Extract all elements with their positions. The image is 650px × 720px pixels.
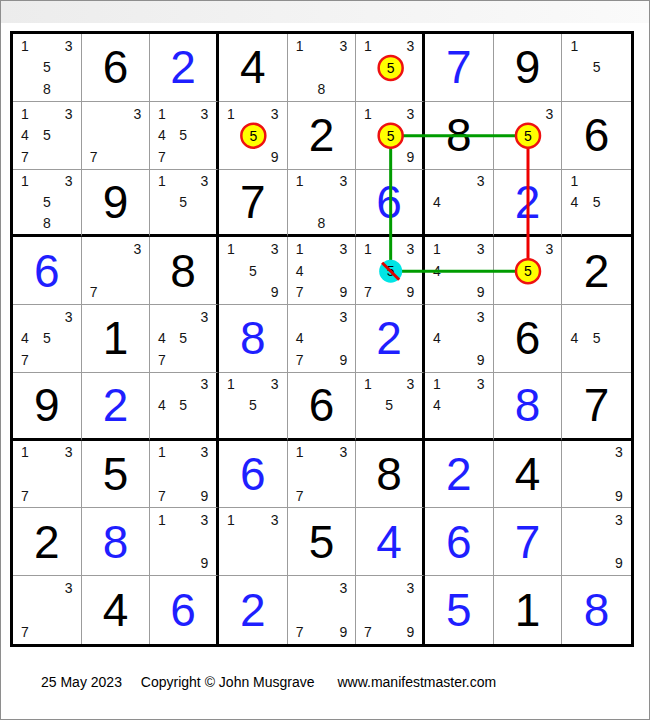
candidate-5[interactable]: 5 [586,191,608,212]
candidate-9[interactable]: 9 [194,553,215,575]
candidate-7[interactable]: 7 [83,146,105,168]
cell-r1c1[interactable]: 1358 [13,34,82,102]
candidate-5[interactable]: 5 [36,124,58,146]
cell-r1c9[interactable]: 15 [562,34,631,102]
candidate-3[interactable]: 3 [264,509,286,531]
candidate-1[interactable]: 1 [357,374,378,395]
cell-value: 4 [356,508,422,575]
candidate-5[interactable]: 5 [517,260,539,282]
cell-r6c7[interactable]: 134 [425,373,494,441]
cell-r5c9[interactable]: 45 [562,305,631,373]
cell-r6c1[interactable]: 9 [13,373,82,441]
candidate-5[interactable]: 5 [173,395,194,416]
cell-value: 4 [82,576,150,644]
cell-value: 2 [425,441,493,508]
candidate-3[interactable]: 3 [400,577,421,599]
candidate-9[interactable]: 9 [400,621,421,643]
candidate-5[interactable]: 5 [379,57,400,79]
candidate-9[interactable]: 9 [264,282,286,304]
cell-r7c7[interactable]: 2 [425,441,494,509]
candidate-7[interactable]: 7 [289,621,311,643]
candidate-5[interactable]: 5 [36,191,58,212]
candidate-7[interactable]: 7 [289,349,311,371]
candidate-4[interactable]: 4 [426,260,448,282]
candidate-4[interactable]: 4 [426,328,448,350]
candidate-3[interactable]: 3 [608,442,630,464]
cell-r6c2[interactable]: 2 [82,373,151,441]
cell-value: 7 [562,373,631,438]
candidate-3[interactable]: 3 [332,306,354,328]
candidate-7[interactable]: 7 [83,282,105,304]
candidate-5[interactable]: 5 [517,124,539,146]
cell-value: 6 [494,305,562,372]
cell-value: 2 [494,170,562,235]
candidate-5[interactable]: 5 [173,191,194,212]
candidate-5[interactable]: 5 [379,124,400,146]
cell-value: 6 [562,102,631,169]
pencil-marks: 45 [563,306,630,371]
pencil-marks: 37 [83,238,149,303]
cell-r5c1[interactable]: 3457 [13,305,82,373]
candidate-8[interactable]: 8 [311,78,333,100]
cell-r9c9[interactable]: 8 [562,576,631,644]
pencil-marks: 137 [289,442,355,507]
candidate-3[interactable]: 3 [126,103,148,125]
cell-r3c2[interactable]: 9 [82,170,151,238]
candidate-5[interactable]: 5 [173,328,194,350]
candidate-9[interactable]: 9 [194,485,215,507]
candidate-7[interactable]: 7 [289,485,311,507]
cell-value: 7 [494,508,562,575]
candidate-1[interactable]: 1 [289,171,311,192]
cell-value: 1 [494,576,562,644]
candidate-3[interactable]: 3 [332,35,354,57]
cell-r8c1[interactable]: 2 [13,508,82,576]
candidate-3[interactable]: 3 [400,238,421,260]
candidate-9[interactable]: 9 [470,282,492,304]
pencil-marks: 37 [83,103,149,168]
cell-value: 6 [150,576,216,644]
cell-r1c3[interactable]: 2 [150,34,219,102]
pencil-marks: 138 [289,171,355,234]
cell-r2c4[interactable]: 1359 [219,102,288,170]
candidate-1[interactable]: 1 [426,374,448,395]
candidate-4[interactable]: 4 [426,191,448,212]
candidate-3[interactable]: 3 [332,171,354,192]
cell-r4c6[interactable]: 13579 [356,237,425,305]
candidate-3[interactable]: 3 [58,35,80,57]
cell-value: 6 [13,237,81,304]
window-titlebar [1,1,649,23]
pencil-marks: 138 [289,35,355,100]
cell-r2c3[interactable]: 13457 [150,102,219,170]
candidate-4[interactable]: 4 [289,328,311,350]
candidate-3[interactable]: 3 [400,103,421,125]
candidate-9[interactable]: 9 [400,146,421,168]
candidate-3[interactable]: 3 [470,171,492,192]
candidate-1[interactable]: 1 [14,35,36,57]
candidate-5[interactable]: 5 [242,124,264,146]
candidate-1[interactable]: 1 [220,238,242,260]
candidate-1[interactable]: 1 [220,103,242,125]
cell-r7c2[interactable]: 5 [82,441,151,509]
candidate-3[interactable]: 3 [58,103,80,125]
candidate-3[interactable]: 3 [58,171,80,192]
cell-r5c3[interactable]: 3457 [150,305,219,373]
date-text: 25 May 2023 [41,674,122,690]
candidate-1[interactable]: 1 [151,509,172,531]
candidate-3[interactable]: 3 [332,238,354,260]
pencil-marks: 345 [151,374,215,437]
cell-r9c7[interactable]: 5 [425,576,494,644]
candidate-3[interactable]: 3 [194,374,215,395]
cell-r8c9[interactable]: 39 [562,508,631,576]
cell-value: 4 [494,441,562,508]
cell-value: 7 [219,170,287,235]
cell-value: 9 [13,373,81,438]
pencil-marks: 137 [14,442,80,507]
candidate-5[interactable]: 5 [36,328,58,350]
candidate-1[interactable]: 1 [357,35,378,57]
candidate-3[interactable]: 3 [194,306,215,328]
candidate-3[interactable]: 3 [608,509,630,531]
pencil-marks: 39 [563,442,630,507]
cell-r4c5[interactable]: 13479 [288,237,357,305]
pencil-marks: 13579 [357,238,421,303]
candidate-7[interactable]: 7 [14,485,36,507]
candidate-7[interactable]: 7 [289,282,311,304]
pencil-marks: 1349 [426,238,492,303]
candidate-1[interactable]: 1 [357,238,378,260]
candidate-1[interactable]: 1 [220,374,242,395]
cell-r1c8[interactable]: 9 [494,34,563,102]
cell-r3c3[interactable]: 135 [150,170,219,238]
cell-r8c3[interactable]: 139 [150,508,219,576]
candidate-9[interactable]: 9 [332,349,354,371]
cell-value: 2 [219,576,287,644]
cell-r3c7[interactable]: 34 [425,170,494,238]
candidate-3[interactable]: 3 [194,509,215,531]
candidate-3[interactable]: 3 [264,238,286,260]
candidate-4[interactable]: 4 [289,260,311,282]
cell-r6c5[interactable]: 6 [288,373,357,441]
copyright-text: Copyright © John Musgrave [141,674,315,690]
candidate-5[interactable]: 5 [586,57,608,79]
cell-r6c4[interactable]: 135 [219,373,288,441]
candidate-1[interactable]: 1 [151,171,172,192]
candidate-8[interactable]: 8 [36,212,58,233]
cell-r6c3[interactable]: 345 [150,373,219,441]
pencil-marks: 15 [563,35,630,100]
candidate-3[interactable]: 3 [470,238,492,260]
candidate-1[interactable]: 1 [289,238,311,260]
cell-r2c9[interactable]: 6 [562,102,631,170]
cell-r8c8[interactable]: 7 [494,508,563,576]
cell-value: 6 [425,508,493,575]
cell-value: 7 [425,34,493,101]
candidate-4[interactable]: 4 [563,328,585,350]
candidate-5[interactable]: 5 [379,260,400,282]
candidate-1[interactable]: 1 [220,509,242,531]
candidate-9[interactable]: 9 [400,282,421,304]
pencil-marks: 34 [426,171,492,234]
cell-value: 5 [82,441,150,508]
cell-r7c3[interactable]: 1379 [150,441,219,509]
cell-r8c6[interactable]: 4 [356,508,425,576]
candidate-4[interactable]: 4 [14,328,36,350]
cell-r1c7[interactable]: 7 [425,34,494,102]
candidate-7[interactable]: 7 [357,282,378,304]
pencil-marks: 35 [495,238,561,303]
cell-r6c8[interactable]: 8 [494,373,563,441]
cell-r9c2[interactable]: 4 [82,576,151,644]
cell-r5c8[interactable]: 6 [494,305,563,373]
cell-r1c5[interactable]: 138 [288,34,357,102]
candidate-3[interactable]: 3 [194,103,215,125]
candidate-3[interactable]: 3 [58,577,80,599]
pencil-marks: 1359 [220,238,286,303]
candidate-4[interactable]: 4 [426,395,448,416]
cell-r3c5[interactable]: 138 [288,170,357,238]
pencil-marks: 135 [220,374,286,437]
cell-r2c1[interactable]: 13457 [13,102,82,170]
cell-value: 6 [288,373,356,438]
candidate-1[interactable]: 1 [14,103,36,125]
cell-value: 2 [356,305,422,372]
candidate-5[interactable]: 5 [242,260,264,282]
cell-value: 9 [494,34,562,101]
candidate-5[interactable]: 5 [173,124,194,146]
candidate-1[interactable]: 1 [563,35,585,57]
pencil-marks: 37 [14,577,80,643]
pencil-marks: 1358 [14,171,80,234]
cell-r4c3[interactable]: 8 [150,237,219,305]
candidate-9[interactable]: 9 [332,282,354,304]
pencil-marks: 139 [151,509,215,574]
pencil-marks: 3479 [289,306,355,371]
cell-value: 6 [219,441,287,508]
pencil-marks: 13479 [289,238,355,303]
cell-value: 6 [356,170,422,235]
cell-r4c4[interactable]: 1359 [219,237,288,305]
candidate-3[interactable]: 3 [264,103,286,125]
app-window: 1358624138135791513457371345713592135983… [0,0,650,720]
cell-r5c2[interactable]: 1 [82,305,151,373]
candidate-9[interactable]: 9 [608,485,630,507]
candidate-8[interactable]: 8 [36,78,58,100]
pencil-marks: 145 [563,171,630,234]
pencil-marks: 134 [426,374,492,437]
candidate-4[interactable]: 4 [151,395,172,416]
candidate-3[interactable]: 3 [194,171,215,192]
cell-value: 2 [150,34,216,101]
cell-value: 6 [82,34,150,101]
candidate-3[interactable]: 3 [126,238,148,260]
candidate-3[interactable]: 3 [470,374,492,395]
candidate-9[interactable]: 9 [608,553,630,575]
candidate-7[interactable]: 7 [357,621,378,643]
cell-value: 2 [13,508,81,575]
candidate-3[interactable]: 3 [538,103,560,125]
cell-r3c6[interactable]: 6 [356,170,425,238]
cell-r9c6[interactable]: 379 [356,576,425,644]
cell-value: 2 [288,102,356,169]
pencil-marks: 349 [426,306,492,371]
cell-r2c7[interactable]: 8 [425,102,494,170]
candidate-5[interactable]: 5 [379,395,400,416]
cell-r4c2[interactable]: 37 [82,237,151,305]
cell-r2c5[interactable]: 2 [288,102,357,170]
candidate-3[interactable]: 3 [538,238,560,260]
pencil-marks: 1358 [14,35,80,100]
candidate-3[interactable]: 3 [470,306,492,328]
candidate-5[interactable]: 5 [242,395,264,416]
cell-r3c4[interactable]: 7 [219,170,288,238]
candidate-1[interactable]: 1 [289,442,311,464]
candidate-5[interactable]: 5 [586,328,608,350]
candidate-3[interactable]: 3 [332,577,354,599]
cell-r9c3[interactable]: 6 [150,576,219,644]
candidate-3[interactable]: 3 [58,306,80,328]
cell-r7c1[interactable]: 137 [13,441,82,509]
cell-r7c6[interactable]: 8 [356,441,425,509]
candidate-1[interactable]: 1 [357,103,378,125]
cell-r9c1[interactable]: 37 [13,576,82,644]
cell-r7c5[interactable]: 137 [288,441,357,509]
cell-r3c1[interactable]: 1358 [13,170,82,238]
cell-r2c2[interactable]: 37 [82,102,151,170]
pencil-marks: 3457 [151,306,215,371]
cell-r3c9[interactable]: 145 [562,170,631,238]
cell-r7c4[interactable]: 6 [219,441,288,509]
candidate-1[interactable]: 1 [151,442,172,464]
candidate-3[interactable]: 3 [264,374,286,395]
pencil-marks: 135 [357,374,421,437]
pencil-marks: 1359 [357,103,421,168]
candidate-3[interactable]: 3 [58,442,80,464]
candidate-1[interactable]: 1 [563,171,585,192]
candidate-7[interactable]: 7 [151,349,172,371]
candidate-7[interactable]: 7 [14,349,36,371]
candidate-1[interactable]: 1 [151,103,172,125]
footer-caption: 25 May 2023 Copyright © John Musgrave ww… [41,674,496,690]
cell-r6c9[interactable]: 7 [562,373,631,441]
cell-value: 8 [562,576,631,644]
cell-r2c8[interactable]: 35 [494,102,563,170]
sudoku-board: 1358624138135791513457371345713592135983… [10,31,634,647]
candidate-9[interactable]: 9 [470,349,492,371]
candidate-7[interactable]: 7 [14,621,36,643]
candidate-4[interactable]: 4 [151,124,172,146]
cell-r7c8[interactable]: 4 [494,441,563,509]
cell-value: 8 [150,237,216,304]
cell-r4c7[interactable]: 1349 [425,237,494,305]
candidate-3[interactable]: 3 [332,442,354,464]
cell-r8c4[interactable]: 13 [219,508,288,576]
candidate-3[interactable]: 3 [400,374,421,395]
pencil-marks: 135 [357,35,421,100]
cell-r5c4[interactable]: 8 [219,305,288,373]
cell-r7c9[interactable]: 39 [562,441,631,509]
candidate-1[interactable]: 1 [14,442,36,464]
cell-value: 2 [562,237,631,304]
cell-value: 8 [425,102,493,169]
pencil-marks: 379 [289,577,355,643]
candidate-5[interactable]: 5 [36,57,58,79]
cell-r5c6[interactable]: 2 [356,305,425,373]
cell-value: 9 [82,170,150,235]
pencil-marks: 1379 [151,442,215,507]
cell-value: 2 [82,373,150,438]
cell-r1c4[interactable]: 4 [219,34,288,102]
candidate-9[interactable]: 9 [264,146,286,168]
pencil-marks: 135 [151,171,215,234]
cell-r8c5[interactable]: 5 [288,508,357,576]
cell-r9c5[interactable]: 379 [288,576,357,644]
cell-r8c2[interactable]: 8 [82,508,151,576]
cell-value: 4 [219,34,287,101]
cell-r4c8[interactable]: 35 [494,237,563,305]
cell-value: 1 [82,305,150,372]
cell-r3c8[interactable]: 2 [494,170,563,238]
website-text: www.manifestmaster.com [337,674,496,690]
cell-r9c4[interactable]: 2 [219,576,288,644]
candidate-7[interactable]: 7 [151,146,172,168]
pencil-marks: 379 [357,577,421,643]
candidate-4[interactable]: 4 [563,191,585,212]
cell-r1c2[interactable]: 6 [82,34,151,102]
cell-value: 8 [356,441,422,508]
cell-r6c6[interactable]: 135 [356,373,425,441]
cell-r9c8[interactable]: 1 [494,576,563,644]
candidate-1[interactable]: 1 [426,238,448,260]
cell-r2c6[interactable]: 1359 [356,102,425,170]
cell-value: 8 [494,373,562,438]
cell-r5c7[interactable]: 349 [425,305,494,373]
cell-r4c1[interactable]: 6 [13,237,82,305]
cell-value: 8 [219,305,287,372]
candidate-1[interactable]: 1 [14,171,36,192]
cell-value: 5 [425,576,493,644]
candidate-1[interactable]: 1 [289,35,311,57]
pencil-marks: 1359 [220,103,286,168]
candidate-4[interactable]: 4 [151,328,172,350]
candidate-3[interactable]: 3 [194,442,215,464]
candidate-9[interactable]: 9 [332,621,354,643]
candidate-7[interactable]: 7 [14,146,36,168]
pencil-marks: 3457 [14,306,80,371]
cell-r5c5[interactable]: 3479 [288,305,357,373]
cell-value: 5 [288,508,356,575]
cell-r1c6[interactable]: 135 [356,34,425,102]
pencil-marks: 39 [563,509,630,574]
pencil-marks: 13457 [151,103,215,168]
cell-r4c9[interactable]: 2 [562,237,631,305]
cell-value: 8 [82,508,150,575]
candidate-4[interactable]: 4 [14,124,36,146]
candidate-3[interactable]: 3 [400,35,421,57]
candidate-8[interactable]: 8 [311,212,333,233]
pencil-marks: 13457 [14,103,80,168]
candidate-7[interactable]: 7 [151,485,172,507]
pencil-marks: 35 [495,103,561,168]
cell-r8c7[interactable]: 6 [425,508,494,576]
pencil-marks: 13 [220,509,286,574]
